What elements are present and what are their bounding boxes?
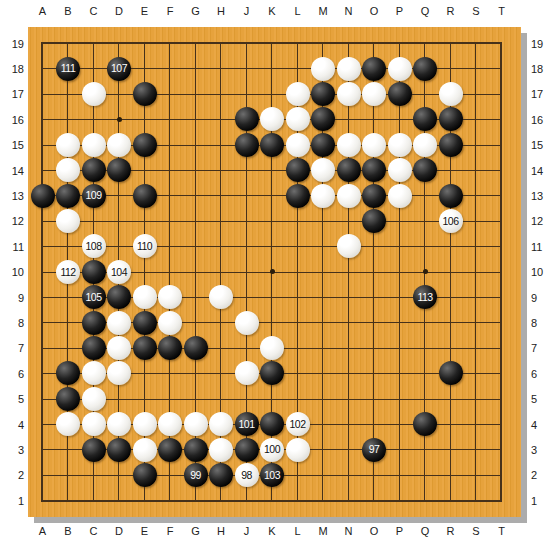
stone-black-O3: 97 [362,438,386,462]
stone-white-L16 [286,107,310,131]
stone-white-M14 [311,158,335,182]
coord-left-19: 19 [4,37,24,51]
stone-white-P13 [388,184,412,208]
coord-top-T: T [493,4,511,18]
stone-white-F4 [158,412,182,436]
move-number-label: 111 [61,63,75,74]
stone-white-D10: 104 [107,260,131,284]
stone-black-B5 [56,387,80,411]
stone-black-E8 [133,311,157,335]
move-number-label: 109 [85,190,101,201]
stone-white-R17 [439,82,463,106]
stone-white-P15 [388,133,412,157]
coord-right-2: 2 [531,468,550,482]
move-number-label: 102 [289,419,305,430]
stone-black-H2 [209,463,233,487]
coord-bottom-L: L [289,524,307,538]
stone-white-C5 [82,387,106,411]
stone-black-K4 [260,412,284,436]
coord-bottom-R: R [442,524,460,538]
go-board[interactable]: 1111071091061081101121041051131011021009… [28,27,521,517]
stone-black-D14 [107,158,131,182]
stone-white-E4 [133,412,157,436]
coord-bottom-N: N [340,524,358,538]
coord-right-16: 16 [531,113,550,127]
stone-white-K7 [260,336,284,360]
coord-bottom-E: E [136,524,154,538]
coord-top-L: L [289,4,307,18]
stone-black-C14 [82,158,106,182]
stone-white-N13 [337,184,361,208]
stone-white-O15 [362,133,386,157]
stone-white-D7 [107,336,131,360]
stones-layer: 1111071091061081101121041051131011021009… [30,31,515,513]
stone-white-L15 [286,133,310,157]
stone-white-J6 [235,361,259,385]
stone-black-Q9: 113 [413,285,437,309]
coord-right-13: 13 [531,189,550,203]
coord-bottom-F: F [161,524,179,538]
stone-black-E13 [133,184,157,208]
move-number-label: 101 [238,419,254,430]
coord-right-14: 14 [531,164,550,178]
stone-black-G2: 99 [184,463,208,487]
stone-white-D8 [107,311,131,335]
stone-white-C6 [82,361,106,385]
stone-white-P18 [388,57,412,81]
coord-top-P: P [391,4,409,18]
stone-white-B14 [56,158,80,182]
star-point-D16 [117,117,122,122]
coord-bottom-A: A [34,524,52,538]
coord-top-Q: Q [416,4,434,18]
go-diagram-page: ABCDEFGHJKLMNOPQRST ABCDEFGHJKLMNOPQRST … [0,0,550,550]
stone-white-H3 [209,438,233,462]
stone-white-Q15 [413,133,437,157]
move-number-label: 97 [369,444,380,455]
stone-white-L17 [286,82,310,106]
stone-black-Q18 [413,57,437,81]
coord-right-5: 5 [531,392,550,406]
stone-black-G3 [184,438,208,462]
stone-white-M13 [311,184,335,208]
stone-white-N18 [337,57,361,81]
stone-white-R12: 106 [439,209,463,233]
coord-right-4: 4 [531,418,550,432]
coord-right-15: 15 [531,138,550,152]
coord-top-S: S [467,4,485,18]
stone-black-B18: 111 [56,57,80,81]
coord-left-6: 6 [4,367,24,381]
coord-right-12: 12 [531,214,550,228]
move-number-label: 110 [137,241,152,252]
coord-left-1: 1 [4,494,24,508]
stone-black-D18: 107 [107,57,131,81]
coord-top-B: B [59,4,77,18]
stone-black-F7 [158,336,182,360]
coord-bottom-S: S [467,524,485,538]
coord-bottom-D: D [110,524,128,538]
stone-white-N15 [337,133,361,157]
stone-black-R13 [439,184,463,208]
stone-white-F9 [158,285,182,309]
stone-black-D3 [107,438,131,462]
stone-black-L13 [286,184,310,208]
stone-white-D4 [107,412,131,436]
stone-black-E2 [133,463,157,487]
stone-white-N17 [337,82,361,106]
stone-black-O14 [362,158,386,182]
stone-black-M17 [311,82,335,106]
coord-left-13: 13 [4,189,24,203]
stone-black-R15 [439,133,463,157]
star-point-Q10 [423,269,428,274]
coord-bottom-C: C [85,524,103,538]
stone-white-L4: 102 [286,412,310,436]
coord-right-18: 18 [531,62,550,76]
move-number-label: 106 [442,216,458,227]
coord-left-14: 14 [4,164,24,178]
coord-right-17: 17 [531,87,550,101]
coord-top-A: A [34,4,52,18]
coord-bottom-M: M [314,524,332,538]
stone-black-M16 [311,107,335,131]
stone-white-K3: 100 [260,438,284,462]
coord-left-16: 16 [4,113,24,127]
stone-black-D9 [107,285,131,309]
coord-top-R: R [442,4,460,18]
coord-right-6: 6 [531,367,550,381]
stone-black-N14 [337,158,361,182]
stone-black-C3 [82,438,106,462]
coord-left-11: 11 [4,240,24,254]
coord-bottom-T: T [493,524,511,538]
stone-white-O17 [362,82,386,106]
stone-black-R16 [439,107,463,131]
coord-right-1: 1 [531,494,550,508]
coord-left-3: 3 [4,443,24,457]
coord-top-E: E [136,4,154,18]
coord-left-12: 12 [4,214,24,228]
stone-white-E9 [133,285,157,309]
stone-black-O18 [362,57,386,81]
move-number-label: 104 [111,267,127,278]
stone-white-N11 [337,234,361,258]
stone-black-P17 [388,82,412,106]
stone-white-F8 [158,311,182,335]
coord-top-M: M [314,4,332,18]
coord-bottom-P: P [391,524,409,538]
move-number-label: 105 [85,292,101,303]
stone-black-C9: 105 [82,285,106,309]
stone-black-A13 [31,184,55,208]
stone-black-E15 [133,133,157,157]
stone-black-C7 [82,336,106,360]
coord-left-2: 2 [4,468,24,482]
coord-left-9: 9 [4,291,24,305]
stone-white-D15 [107,133,131,157]
stone-black-E17 [133,82,157,106]
coord-left-17: 17 [4,87,24,101]
stone-white-J8 [235,311,259,335]
stone-white-L3 [286,438,310,462]
stone-white-C17 [82,82,106,106]
stone-white-C11: 108 [82,234,106,258]
stone-white-G4 [184,412,208,436]
stone-black-J15 [235,133,259,157]
stone-white-H4 [209,412,233,436]
stone-black-C10 [82,260,106,284]
stone-white-H9 [209,285,233,309]
stone-white-P14 [388,158,412,182]
stone-black-B13 [56,184,80,208]
coord-right-3: 3 [531,443,550,457]
coord-left-5: 5 [4,392,24,406]
move-number-label: 107 [111,63,127,74]
stone-black-J4: 101 [235,412,259,436]
stone-black-Q4 [413,412,437,436]
coord-bottom-K: K [263,524,281,538]
move-number-label: 112 [60,267,75,278]
stone-white-J2: 98 [235,463,259,487]
stone-black-C8 [82,311,106,335]
coord-right-7: 7 [531,341,550,355]
coord-top-K: K [263,4,281,18]
coord-left-8: 8 [4,316,24,330]
stone-white-K16 [260,107,284,131]
coord-bottom-H: H [212,524,230,538]
stone-white-E3 [133,438,157,462]
coord-right-10: 10 [531,265,550,279]
stone-white-B12 [56,209,80,233]
stone-white-E11: 110 [133,234,157,258]
stone-white-C4 [82,412,106,436]
coord-bottom-O: O [365,524,383,538]
stone-white-M18 [311,57,335,81]
stone-white-D6 [107,361,131,385]
stone-black-Q16 [413,107,437,131]
star-point-K10 [270,269,275,274]
stone-black-F3 [158,438,182,462]
stone-black-O12 [362,209,386,233]
coord-top-J: J [238,4,256,18]
stone-black-K6 [260,361,284,385]
stone-black-M15 [311,133,335,157]
move-number-label: 113 [417,292,432,303]
stone-white-B10: 112 [56,260,80,284]
stone-black-R6 [439,361,463,385]
coord-bottom-J: J [238,524,256,538]
coord-top-F: F [161,4,179,18]
coord-top-C: C [85,4,103,18]
coord-right-9: 9 [531,291,550,305]
coord-top-N: N [340,4,358,18]
coord-right-8: 8 [531,316,550,330]
coord-left-18: 18 [4,62,24,76]
stone-black-Q14 [413,158,437,182]
move-number-label: 108 [85,241,101,252]
stone-black-K15 [260,133,284,157]
coord-top-G: G [187,4,205,18]
stone-black-C13: 109 [82,184,106,208]
stone-black-J16 [235,107,259,131]
coord-right-11: 11 [531,240,550,254]
coord-bottom-Q: Q [416,524,434,538]
coord-left-4: 4 [4,418,24,432]
coord-left-7: 7 [4,341,24,355]
coord-top-O: O [365,4,383,18]
stone-black-B6 [56,361,80,385]
coord-top-H: H [212,4,230,18]
stone-black-L14 [286,158,310,182]
stone-white-B15 [56,133,80,157]
coord-left-15: 15 [4,138,24,152]
stone-black-J3 [235,438,259,462]
move-number-label: 100 [264,444,280,455]
move-number-label: 98 [241,470,252,481]
stone-black-E7 [133,336,157,360]
stone-black-K2: 103 [260,463,284,487]
stone-white-B4 [56,412,80,436]
move-number-label: 99 [190,470,201,481]
coord-bottom-B: B [59,524,77,538]
coord-right-19: 19 [531,37,550,51]
stone-black-G7 [184,336,208,360]
coord-left-10: 10 [4,265,24,279]
stone-white-C15 [82,133,106,157]
coord-top-D: D [110,4,128,18]
move-number-label: 103 [264,470,280,481]
coord-bottom-G: G [187,524,205,538]
stone-black-O13 [362,184,386,208]
